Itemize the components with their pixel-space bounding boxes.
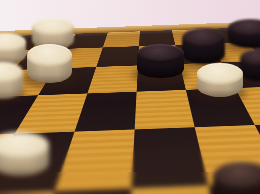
- checker-piece-light[interactable]: [27, 44, 72, 83]
- piece-top-face: [182, 28, 225, 48]
- checkers-photo-stage: [0, 0, 260, 194]
- checker-piece-light[interactable]: [0, 132, 49, 176]
- checker-piece-light[interactable]: [0, 62, 23, 99]
- piece-top-face: [197, 63, 243, 85]
- checker-piece-dark[interactable]: [182, 28, 225, 64]
- checker-piece-dark[interactable]: [240, 49, 260, 81]
- checker-piece-dark[interactable]: [213, 162, 260, 194]
- pieces-layer: [0, 0, 260, 194]
- checker-piece-light[interactable]: [0, 33, 26, 64]
- checker-piece-light[interactable]: [197, 63, 243, 97]
- checker-piece-dark[interactable]: [228, 19, 260, 48]
- checker-piece-dark[interactable]: [137, 44, 184, 78]
- piece-top-face: [137, 44, 184, 63]
- piece-top-face: [32, 18, 74, 36]
- piece-top-face: [27, 44, 72, 67]
